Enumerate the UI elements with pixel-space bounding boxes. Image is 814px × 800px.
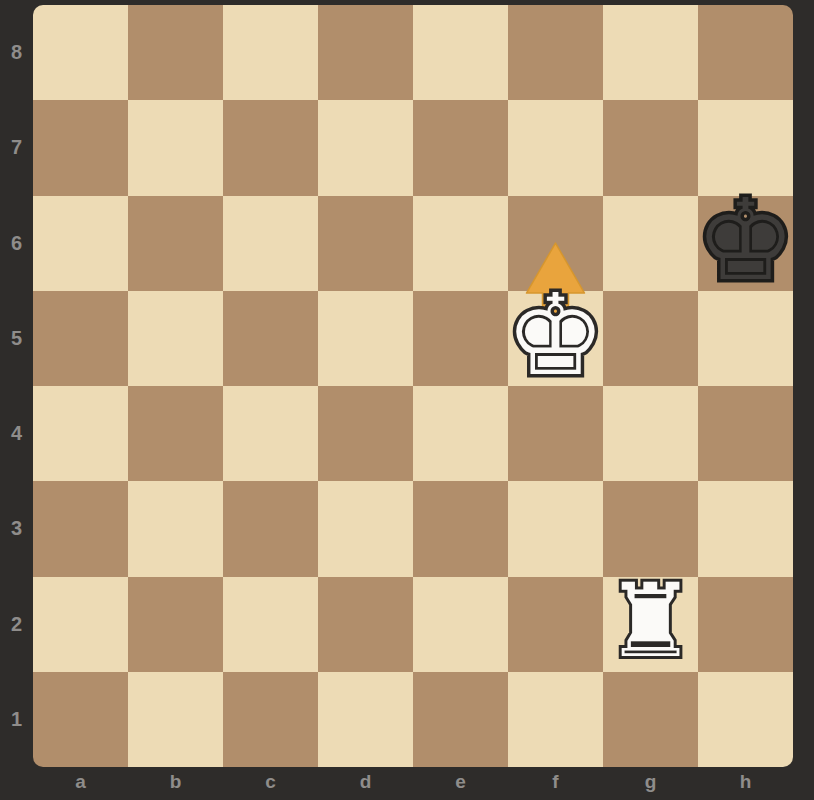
file-label-g: g: [603, 766, 698, 798]
piece-black-king-h6[interactable]: ♚: [698, 196, 793, 291]
rank-label-4: 4: [0, 386, 33, 481]
rank-label-7: 7: [0, 100, 33, 195]
rank-label-8: 8: [0, 5, 33, 100]
rank-labels: 87654321: [0, 5, 33, 767]
file-label-h: h: [698, 766, 793, 798]
white-king-glyph: ♚: [505, 279, 605, 391]
file-label-d: d: [318, 766, 413, 798]
chess-board: ♚♚♜: [33, 5, 793, 767]
file-label-a: a: [33, 766, 128, 798]
file-label-f: f: [508, 766, 603, 798]
file-label-c: c: [223, 766, 318, 798]
piece-white-rook-g2[interactable]: ♜: [603, 577, 698, 672]
rank-label-5: 5: [0, 291, 33, 386]
rank-label-2: 2: [0, 577, 33, 672]
file-label-e: e: [413, 766, 508, 798]
rank-label-1: 1: [0, 672, 33, 767]
pieces-layer: ♚♚♜: [33, 5, 793, 767]
piece-white-king-f5[interactable]: ♚: [508, 291, 603, 386]
black-king-glyph: ♚: [695, 184, 793, 296]
chess-board-view: 87654321 ♚♚♜ abcdefgh: [0, 0, 814, 800]
rank-label-6: 6: [0, 196, 33, 291]
file-label-b: b: [128, 766, 223, 798]
file-labels: abcdefgh: [33, 766, 793, 798]
white-rook-glyph: ♜: [605, 570, 696, 672]
rank-label-3: 3: [0, 481, 33, 576]
